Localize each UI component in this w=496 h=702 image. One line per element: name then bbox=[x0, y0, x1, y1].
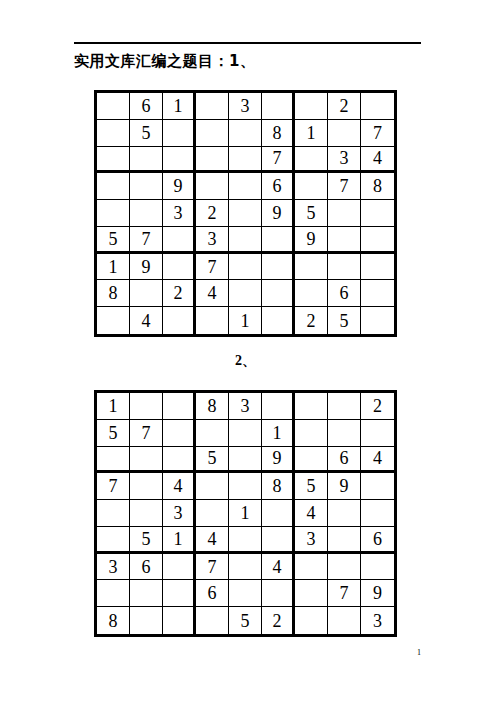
sudoku-cell-empty bbox=[262, 307, 295, 334]
sudoku-cell-given: 5 bbox=[97, 227, 130, 254]
sudoku-cell-given: 5 bbox=[196, 447, 229, 474]
page-title: 实用文库汇编之题目：1、 bbox=[74, 52, 255, 71]
sudoku-cell-empty bbox=[97, 500, 130, 527]
sudoku-cell-given: 1 bbox=[295, 120, 328, 147]
sudoku-cell-given: 9 bbox=[361, 580, 394, 607]
sudoku-cell-empty bbox=[295, 280, 328, 307]
sudoku-cell-empty bbox=[229, 420, 262, 447]
sudoku-cell-given: 9 bbox=[163, 173, 196, 200]
sudoku-cell-empty bbox=[295, 393, 328, 420]
sudoku-cell-empty bbox=[361, 554, 394, 581]
sudoku-cell-given: 4 bbox=[196, 280, 229, 307]
sudoku-cell-empty bbox=[196, 473, 229, 500]
sudoku-cell-given: 3 bbox=[361, 607, 394, 634]
sudoku-cell-given: 1 bbox=[97, 254, 130, 281]
sudoku-cell-given: 7 bbox=[196, 254, 229, 281]
sudoku-cell-empty bbox=[163, 393, 196, 420]
sudoku-cell-empty bbox=[229, 527, 262, 554]
sudoku-cell-empty bbox=[328, 200, 361, 227]
puzzle-2-label: 2、 bbox=[94, 352, 397, 370]
sudoku-cell-empty bbox=[97, 173, 130, 200]
sudoku-cell-given: 3 bbox=[229, 93, 262, 120]
sudoku-cell-given: 4 bbox=[196, 527, 229, 554]
sudoku-cell-given: 2 bbox=[163, 280, 196, 307]
sudoku-cell-empty bbox=[229, 227, 262, 254]
sudoku-cell-given: 6 bbox=[130, 93, 163, 120]
sudoku-cell-empty bbox=[295, 607, 328, 634]
sudoku-cell-empty bbox=[229, 580, 262, 607]
sudoku-cell-given: 5 bbox=[328, 307, 361, 334]
sudoku-cell-given: 9 bbox=[328, 473, 361, 500]
sudoku-cell-given: 6 bbox=[328, 280, 361, 307]
sudoku-cell-given: 8 bbox=[262, 120, 295, 147]
sudoku-cell-empty bbox=[328, 227, 361, 254]
sudoku-cell-empty bbox=[229, 120, 262, 147]
sudoku-cell-empty bbox=[262, 93, 295, 120]
sudoku-cell-empty bbox=[262, 500, 295, 527]
sudoku-cell-given: 4 bbox=[130, 307, 163, 334]
sudoku-cell-given: 4 bbox=[295, 500, 328, 527]
sudoku-cell-empty bbox=[130, 500, 163, 527]
sudoku-cell-given: 5 bbox=[295, 473, 328, 500]
sudoku-grid-1: 6132581773496783295573919782464125 bbox=[94, 90, 397, 337]
sudoku-cell-given: 5 bbox=[295, 200, 328, 227]
sudoku-cell-empty bbox=[97, 200, 130, 227]
sudoku-cell-empty bbox=[328, 500, 361, 527]
sudoku-cell-given: 3 bbox=[97, 554, 130, 581]
sudoku-cell-empty bbox=[163, 420, 196, 447]
sudoku-cell-empty bbox=[295, 420, 328, 447]
sudoku-cell-empty bbox=[163, 120, 196, 147]
sudoku-cell-given: 9 bbox=[130, 254, 163, 281]
sudoku-cell-empty bbox=[328, 254, 361, 281]
sudoku-cell-empty bbox=[361, 254, 394, 281]
sudoku-cell-given: 3 bbox=[295, 527, 328, 554]
sudoku-cell-empty bbox=[97, 93, 130, 120]
sudoku-cell-given: 8 bbox=[97, 607, 130, 634]
sudoku-cell-given: 4 bbox=[361, 447, 394, 474]
sudoku-cell-empty bbox=[295, 93, 328, 120]
sudoku-cell-given: 1 bbox=[229, 307, 262, 334]
sudoku-cell-given: 8 bbox=[262, 473, 295, 500]
sudoku-cell-empty bbox=[328, 607, 361, 634]
header-rule bbox=[74, 42, 421, 44]
sudoku-cell-empty bbox=[361, 420, 394, 447]
sudoku-cell-empty bbox=[295, 554, 328, 581]
sudoku-cell-given: 2 bbox=[196, 200, 229, 227]
sudoku-cell-empty bbox=[229, 280, 262, 307]
sudoku-cell-given: 3 bbox=[229, 393, 262, 420]
sudoku-cell-given: 5 bbox=[130, 527, 163, 554]
sudoku-cell-empty bbox=[196, 93, 229, 120]
sudoku-cell-empty bbox=[130, 473, 163, 500]
sudoku-cell-empty bbox=[163, 307, 196, 334]
sudoku-cell-given: 7 bbox=[196, 554, 229, 581]
sudoku-cell-given: 5 bbox=[130, 120, 163, 147]
sudoku-cell-given: 1 bbox=[163, 93, 196, 120]
sudoku-cell-empty bbox=[196, 607, 229, 634]
sudoku-cell-given: 2 bbox=[361, 393, 394, 420]
sudoku-cell-empty bbox=[97, 147, 130, 174]
sudoku-cell-empty bbox=[328, 554, 361, 581]
sudoku-cell-given: 4 bbox=[361, 147, 394, 174]
sudoku-cell-empty bbox=[262, 227, 295, 254]
sudoku-cell-empty bbox=[361, 227, 394, 254]
sudoku-cell-empty bbox=[163, 580, 196, 607]
sudoku-cell-given: 6 bbox=[328, 447, 361, 474]
sudoku-cell-empty bbox=[229, 254, 262, 281]
sudoku-cell-empty bbox=[262, 280, 295, 307]
sudoku-cell-empty bbox=[295, 447, 328, 474]
sudoku-cell-given: 1 bbox=[97, 393, 130, 420]
sudoku-cell-empty bbox=[97, 527, 130, 554]
sudoku-cell-empty bbox=[130, 580, 163, 607]
sudoku-cell-given: 1 bbox=[229, 500, 262, 527]
sudoku-grid-2: 18325715964748593145143636746798523 bbox=[94, 390, 397, 637]
sudoku-cell-given: 3 bbox=[163, 500, 196, 527]
sudoku-cell-empty bbox=[262, 580, 295, 607]
page-number: 1 bbox=[417, 648, 421, 657]
sudoku-cell-given: 2 bbox=[328, 93, 361, 120]
sudoku-cell-given: 3 bbox=[196, 227, 229, 254]
sudoku-cell-empty bbox=[97, 120, 130, 147]
sudoku-cell-empty bbox=[229, 554, 262, 581]
sudoku-cell-given: 1 bbox=[262, 420, 295, 447]
sudoku-cell-given: 8 bbox=[196, 393, 229, 420]
sudoku-cell-empty bbox=[361, 200, 394, 227]
sudoku-cell-given: 6 bbox=[262, 173, 295, 200]
sudoku-cell-empty bbox=[295, 254, 328, 281]
sudoku-cell-empty bbox=[196, 147, 229, 174]
sudoku-cell-given: 7 bbox=[262, 147, 295, 174]
sudoku-cell-given: 9 bbox=[262, 200, 295, 227]
sudoku-cell-given: 7 bbox=[361, 120, 394, 147]
sudoku-cell-given: 3 bbox=[328, 147, 361, 174]
document-page: 实用文库汇编之题目：1、 613258177349678329557391978… bbox=[0, 0, 496, 702]
sudoku-cell-given: 6 bbox=[361, 527, 394, 554]
sudoku-cell-given: 2 bbox=[295, 307, 328, 334]
sudoku-cell-empty bbox=[229, 173, 262, 200]
sudoku-cell-empty bbox=[130, 393, 163, 420]
sudoku-cell-empty bbox=[295, 580, 328, 607]
sudoku-cell-empty bbox=[196, 307, 229, 334]
sudoku-cell-given: 4 bbox=[163, 473, 196, 500]
sudoku-cell-empty bbox=[361, 93, 394, 120]
sudoku-cell-empty bbox=[130, 200, 163, 227]
sudoku-cell-empty bbox=[295, 147, 328, 174]
sudoku-cell-empty bbox=[97, 447, 130, 474]
sudoku-cell-empty bbox=[196, 420, 229, 447]
sudoku-cell-empty bbox=[361, 500, 394, 527]
sudoku-cell-given: 7 bbox=[130, 420, 163, 447]
sudoku-cell-empty bbox=[130, 447, 163, 474]
sudoku-cell-given: 6 bbox=[196, 580, 229, 607]
sudoku-cell-given: 2 bbox=[262, 607, 295, 634]
sudoku-cell-given: 7 bbox=[328, 173, 361, 200]
sudoku-cell-empty bbox=[262, 527, 295, 554]
sudoku-cell-empty bbox=[196, 500, 229, 527]
sudoku-cell-given: 1 bbox=[163, 527, 196, 554]
sudoku-cell-empty bbox=[130, 147, 163, 174]
sudoku-cell-given: 4 bbox=[262, 554, 295, 581]
sudoku-cell-given: 7 bbox=[97, 473, 130, 500]
sudoku-cell-empty bbox=[163, 607, 196, 634]
sudoku-cell-given: 9 bbox=[262, 447, 295, 474]
sudoku-cell-empty bbox=[163, 227, 196, 254]
sudoku-cell-empty bbox=[163, 554, 196, 581]
sudoku-cell-empty bbox=[163, 254, 196, 281]
sudoku-cell-empty bbox=[97, 307, 130, 334]
sudoku-cell-empty bbox=[229, 447, 262, 474]
sudoku-cell-given: 5 bbox=[97, 420, 130, 447]
sudoku-cell-empty bbox=[328, 393, 361, 420]
sudoku-cell-empty bbox=[130, 607, 163, 634]
sudoku-cell-empty bbox=[361, 307, 394, 334]
sudoku-cell-empty bbox=[130, 280, 163, 307]
sudoku-cell-empty bbox=[262, 393, 295, 420]
sudoku-cell-given: 3 bbox=[163, 200, 196, 227]
sudoku-cell-empty bbox=[163, 147, 196, 174]
sudoku-cell-given: 6 bbox=[130, 554, 163, 581]
sudoku-cell-given: 8 bbox=[97, 280, 130, 307]
sudoku-cell-empty bbox=[130, 173, 163, 200]
sudoku-cell-empty bbox=[196, 120, 229, 147]
sudoku-cell-empty bbox=[196, 173, 229, 200]
sudoku-cell-empty bbox=[229, 147, 262, 174]
sudoku-cell-given: 8 bbox=[361, 173, 394, 200]
sudoku-cell-given: 5 bbox=[229, 607, 262, 634]
sudoku-cell-empty bbox=[229, 473, 262, 500]
sudoku-cell-given: 7 bbox=[130, 227, 163, 254]
sudoku-cell-empty bbox=[262, 254, 295, 281]
sudoku-cell-empty bbox=[328, 120, 361, 147]
sudoku-cell-given: 9 bbox=[295, 227, 328, 254]
sudoku-cell-empty bbox=[328, 420, 361, 447]
sudoku-cell-empty bbox=[295, 173, 328, 200]
sudoku-cell-empty bbox=[328, 527, 361, 554]
sudoku-cell-empty bbox=[361, 280, 394, 307]
sudoku-cell-empty bbox=[361, 473, 394, 500]
sudoku-cell-empty bbox=[229, 200, 262, 227]
sudoku-cell-empty bbox=[97, 580, 130, 607]
sudoku-cell-empty bbox=[163, 447, 196, 474]
sudoku-cell-given: 7 bbox=[328, 580, 361, 607]
